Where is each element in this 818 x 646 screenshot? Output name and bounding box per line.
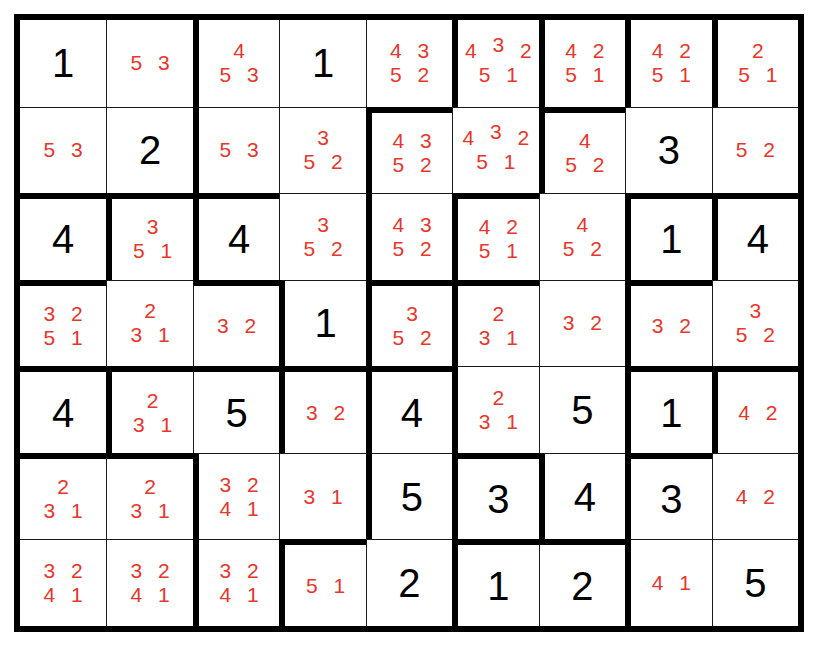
cell-r2c5[interactable]: 4 35 2 [366,107,452,194]
cell-r7c8[interactable]: 4 1 [625,539,711,626]
cell-r1c1[interactable]: 1 [20,20,106,107]
cell-r2c4[interactable]: 35 2 [279,107,365,194]
candidate-line: 3 1 [131,499,170,523]
solved-digit: 2 [139,130,161,170]
candidate-digits: 23 1 [131,299,170,347]
candidate-line: 4 3 2 [465,39,532,63]
cell-r4c9[interactable]: 35 2 [712,280,798,367]
candidate-digits: 4 1 [652,571,691,595]
candidate-digits: 4 35 2 [392,129,431,177]
cell-r3c5[interactable]: 4 35 2 [366,193,452,280]
candidate-digits: 4 35 2 [390,39,429,87]
solved-digit: 3 [660,479,682,519]
cell-r7c3[interactable]: 3 24 1 [193,539,279,626]
cell-r4c7[interactable]: 3 2 [539,280,625,367]
cell-r7c2[interactable]: 3 24 1 [106,539,192,626]
cell-r7c4[interactable]: 5 1 [279,539,365,626]
candidate-line: 2 [479,302,518,326]
candidate-digits: 4 25 1 [652,39,691,87]
candidate-line: 3 2 [44,302,83,326]
candidate-digits: 4 35 2 [392,213,431,261]
candidate-line: 4 [220,39,259,63]
candidate-digits: 35 2 [392,302,431,350]
cell-r4c8[interactable]: 3 2 [625,280,711,367]
candidate-digits: 35 2 [303,126,342,174]
cell-r1c7[interactable]: 4 25 1 [539,20,625,107]
cell-r4c3[interactable]: 3 2 [193,280,279,367]
candidate-line: 3 [133,215,172,239]
solved-digit: 4 [747,219,769,259]
cell-r3c6[interactable]: 4 25 1 [452,193,538,280]
solved-digit: 1 [52,43,74,83]
candidate-line: 3 [736,299,775,323]
candidate-digits: 5 2 [736,138,775,162]
candidate-line: 2 [131,299,170,323]
candidate-digits: 3 25 1 [44,302,83,350]
cell-r4c2[interactable]: 23 1 [106,280,192,367]
candidate-digits: 23 1 [131,475,170,523]
candidate-line: 5 3 [220,138,259,162]
candidate-line: 4 3 [392,213,431,237]
candidate-line: 2 [738,39,777,63]
cell-r1c6[interactable]: 4 3 25 1 [452,20,538,107]
candidate-line: 3 2 [220,559,259,583]
candidate-line: 5 2 [392,326,431,350]
cell-r7c7[interactable]: 2 [539,539,625,626]
candidate-line: 3 2 [220,473,259,497]
cell-r6c7[interactable]: 4 [539,453,625,540]
cell-r6c6[interactable]: 3 [452,453,538,540]
candidate-line: 5 1 [44,326,83,350]
candidate-digits: 5 3 [44,138,83,162]
candidate-digits: 23 1 [44,475,83,523]
cell-r7c9[interactable]: 5 [712,539,798,626]
cell-r3c8[interactable]: 1 [625,193,711,280]
candidate-digits: 3 2 [217,314,256,338]
solved-digit: 4 [52,219,74,259]
candidate-line: 3 2 [563,311,602,335]
candidate-line: 2 [131,475,170,499]
candidate-line: 5 2 [736,138,775,162]
candidate-digits: 4 25 1 [479,215,518,263]
candidate-line: 3 1 [131,323,170,347]
cell-r5c5[interactable]: 4 [366,366,452,453]
solved-digit: 5 [571,390,593,430]
candidate-line: 5 2 [736,323,775,347]
candidate-digits: 5 3 [131,51,170,75]
candidate-line: 2 [133,389,172,413]
candidate-line: 4 1 [220,583,259,607]
candidate-line: 5 1 [306,574,345,598]
candidate-line: 3 1 [303,485,342,509]
candidate-digits: 35 1 [133,215,172,263]
cell-r2c2[interactable]: 2 [106,107,192,194]
candidate-digits: 5 3 [220,138,259,162]
candidate-line: 3 1 [479,326,518,350]
candidate-line: 3 1 [44,499,83,523]
candidate-line: 4 3 [390,39,429,63]
candidate-line: 5 2 [392,153,431,177]
cell-r2c1[interactable]: 5 3 [20,107,106,194]
candidate-line: 5 1 [133,239,172,263]
solved-digit: 3 [658,130,680,170]
candidate-digits: 45 3 [220,39,259,87]
candidate-line: 4 [563,213,602,237]
cell-r6c8[interactable]: 3 [625,453,711,540]
cell-r2c7[interactable]: 45 2 [539,107,625,194]
cell-r4c6[interactable]: 23 1 [452,280,538,367]
solved-digit: 2 [398,563,420,603]
cell-r3c1[interactable]: 4 [20,193,106,280]
candidate-line: 4 2 [736,485,775,509]
solved-digit: 1 [487,566,509,606]
candidate-line: 4 1 [652,571,691,595]
candidate-digits: 3 2 [563,311,602,335]
candidate-digits: 23 1 [133,389,172,437]
candidate-line: 4 1 [131,583,170,607]
candidate-digits: 4 3 25 1 [463,126,530,174]
cell-r6c5[interactable]: 5 [366,453,452,540]
solved-digit: 4 [52,393,74,433]
solved-digit: 3 [487,479,509,519]
candidate-line: 5 1 [738,63,777,87]
candidate-digits: 4 25 1 [565,39,604,87]
candidate-line: 5 1 [565,63,604,87]
candidate-digits: 3 24 1 [220,559,259,607]
candidate-line: 3 1 [133,413,172,437]
cell-r1c9[interactable]: 25 1 [712,20,798,107]
candidate-digits: 4 3 25 1 [465,39,532,87]
candidate-line: 3 2 [217,314,256,338]
solved-digit: 4 [228,219,250,259]
cell-r4c4[interactable]: 1 [279,280,365,367]
solved-digit: 1 [660,393,682,433]
candidate-digits: 3 1 [303,485,342,509]
candidate-line: 4 1 [44,583,83,607]
candidate-digits: 3 2 [652,314,691,338]
candidate-line: 3 2 [44,559,83,583]
puzzle-board: 15 345 314 35 24 3 25 14 25 14 25 125 15… [14,14,804,632]
candidate-line: 3 1 [479,410,518,434]
candidate-digits: 4 2 [736,485,775,509]
solved-digit: 4 [401,393,423,433]
candidate-digits: 45 2 [563,213,602,261]
cell-r5c2[interactable]: 23 1 [106,366,192,453]
candidate-line: 4 3 2 [463,126,530,150]
cell-r1c4[interactable]: 1 [279,20,365,107]
puzzle-screenshot: 15 345 314 35 24 3 25 14 25 14 25 125 15… [0,0,818,646]
candidate-digits: 5 1 [306,574,345,598]
cell-r7c1[interactable]: 3 24 1 [20,539,106,626]
candidate-line: 4 2 [652,39,691,63]
cell-r2c6[interactable]: 4 3 25 1 [452,107,538,194]
cell-r6c3[interactable]: 3 24 1 [193,453,279,540]
candidate-line: 5 3 [44,138,83,162]
solved-digit: 1 [314,303,336,343]
candidate-line: 5 2 [392,237,431,261]
candidate-line: 5 2 [565,153,604,177]
cell-r5c9[interactable]: 4 2 [712,366,798,453]
cell-r2c3[interactable]: 5 3 [193,107,279,194]
candidate-line: 4 2 [738,401,777,425]
candidate-line: 5 3 [220,63,259,87]
candidate-digits: 35 2 [736,299,775,347]
candidate-line: 5 3 [131,51,170,75]
solved-digit: 4 [574,477,596,517]
candidate-line: 3 [392,302,431,326]
cell-r5c3[interactable]: 5 [193,366,279,453]
cell-r5c1[interactable]: 4 [20,366,106,453]
cell-r6c2[interactable]: 23 1 [106,453,192,540]
cell-r3c7[interactable]: 45 2 [539,193,625,280]
cell-r3c4[interactable]: 35 2 [279,193,365,280]
cell-r2c9[interactable]: 5 2 [712,107,798,194]
cell-r1c5[interactable]: 4 35 2 [366,20,452,107]
candidate-line: 4 3 [392,129,431,153]
solved-digit: 5 [225,393,247,433]
cell-r4c5[interactable]: 35 2 [366,280,452,367]
candidate-line: 5 1 [479,239,518,263]
candidate-line: 4 [565,129,604,153]
candidate-digits: 3 24 1 [220,473,259,521]
cell-r7c5[interactable]: 2 [366,539,452,626]
candidate-digits: 3 24 1 [44,559,83,607]
cell-r7c6[interactable]: 1 [452,539,538,626]
cell-r5c4[interactable]: 3 2 [279,366,365,453]
candidate-digits: 23 1 [479,302,518,350]
cell-r3c9[interactable]: 4 [712,193,798,280]
candidate-digits: 4 2 [738,401,777,425]
solved-digit: 2 [571,566,593,606]
solved-digit: 5 [744,563,766,603]
candidate-digits: 3 24 1 [131,559,170,607]
candidate-line: 4 1 [220,497,259,521]
cell-r5c7[interactable]: 5 [539,366,625,453]
candidate-line: 4 2 [479,215,518,239]
candidate-digits: 25 1 [738,39,777,87]
candidate-line: 5 1 [465,63,532,87]
candidate-digits: 23 1 [479,386,518,434]
solved-digit: 1 [312,43,334,83]
candidate-line: 2 [479,386,518,410]
cell-r5c6[interactable]: 23 1 [452,366,538,453]
solved-digit: 1 [660,219,682,259]
candidate-line: 3 [303,213,342,237]
cell-r5c8[interactable]: 1 [625,366,711,453]
cell-r6c1[interactable]: 23 1 [20,453,106,540]
cell-r1c8[interactable]: 4 25 1 [625,20,711,107]
solved-digit: 5 [401,477,423,517]
cell-r2c8[interactable]: 3 [625,107,711,194]
cell-r1c2[interactable]: 5 3 [106,20,192,107]
cell-r6c4[interactable]: 3 1 [279,453,365,540]
candidate-line: 5 2 [303,150,342,174]
candidate-digits: 3 2 [306,401,345,425]
candidate-line: 3 2 [306,401,345,425]
candidate-digits: 35 2 [303,213,342,261]
candidate-line: 3 2 [652,314,691,338]
candidate-line: 3 [303,126,342,150]
candidate-line: 4 2 [565,39,604,63]
candidate-digits: 45 2 [565,129,604,177]
cell-r6c9[interactable]: 4 2 [712,453,798,540]
candidate-line: 5 2 [303,237,342,261]
cell-r3c2[interactable]: 35 1 [106,193,192,280]
candidate-line: 5 1 [652,63,691,87]
cell-r3c3[interactable]: 4 [193,193,279,280]
candidate-line: 3 2 [131,559,170,583]
candidate-line: 5 2 [390,63,429,87]
cell-r4c1[interactable]: 3 25 1 [20,280,106,367]
candidate-line: 5 1 [463,150,530,174]
cell-r1c3[interactable]: 45 3 [193,20,279,107]
candidate-line: 5 2 [563,237,602,261]
candidate-line: 2 [44,475,83,499]
